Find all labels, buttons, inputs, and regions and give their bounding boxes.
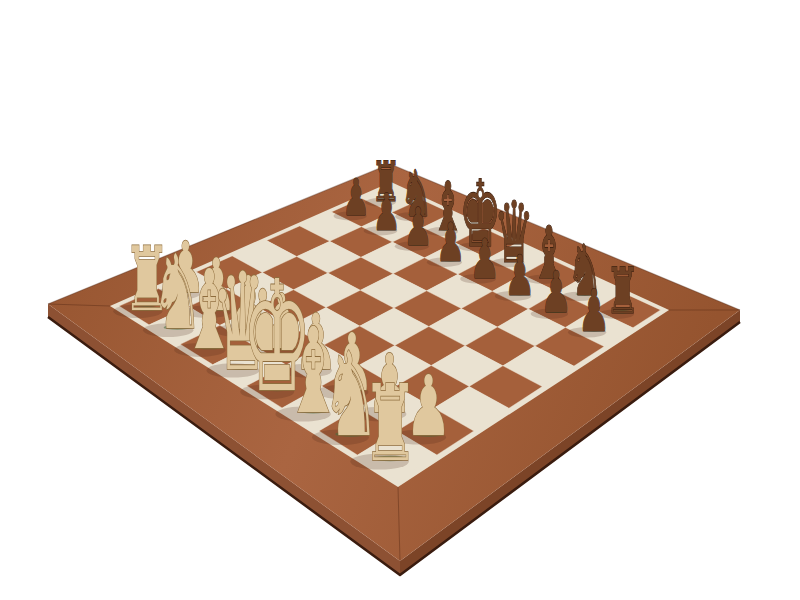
piece-glyph: ♟ bbox=[372, 181, 401, 241]
piece-glyph: ♟ bbox=[469, 227, 499, 291]
piece-glyph: ♟ bbox=[404, 197, 433, 257]
chess-set-photo: ♜♟♞♟♝♟♚♟♛♟♝♟♟♞♜♟♟♜♞♟♟♝♟♛♟♚♟♝♟♞♟♜ bbox=[0, 0, 800, 600]
piece-glyph: ♟ bbox=[342, 168, 370, 227]
piece-glyph: ♟ bbox=[540, 259, 572, 325]
piece-glyph: ♟ bbox=[504, 243, 535, 308]
piece-glyph: ♟ bbox=[578, 277, 610, 344]
chessboard: ♜♟♞♟♝♟♚♟♛♟♝♟♟♞♜♟♟♜♞♟♟♝♟♛♟♚♟♝♟♞♟♜ bbox=[0, 0, 800, 600]
piece-glyph: ♟ bbox=[436, 212, 466, 275]
piece-glyph: ♜ bbox=[362, 361, 418, 484]
piece-glyph: ♜ bbox=[606, 253, 640, 327]
